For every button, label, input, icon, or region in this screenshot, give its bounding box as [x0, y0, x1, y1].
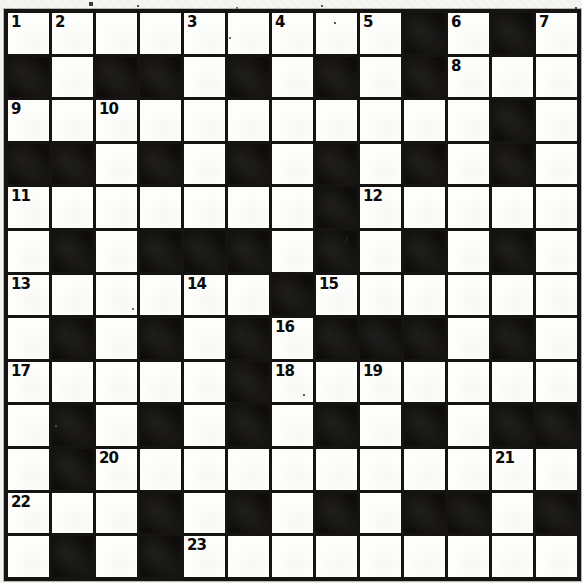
white-cell[interactable]: 12 [360, 187, 401, 228]
white-cell[interactable] [52, 493, 93, 534]
white-cell[interactable] [96, 536, 137, 577]
white-cell[interactable]: 23 [184, 536, 225, 577]
white-cell[interactable] [228, 13, 269, 54]
clue-number: 16 [275, 319, 294, 336]
clue-number: 19 [363, 363, 382, 380]
white-cell[interactable]: 7 [536, 13, 577, 54]
clue-number: 18 [275, 363, 294, 380]
black-cell [316, 318, 357, 359]
white-cell[interactable] [96, 493, 137, 534]
white-cell[interactable]: 16 [272, 318, 313, 359]
white-cell[interactable] [448, 449, 489, 490]
white-cell[interactable] [492, 275, 533, 316]
white-cell[interactable] [184, 100, 225, 141]
white-cell[interactable] [140, 275, 181, 316]
white-cell[interactable] [360, 449, 401, 490]
black-cell [8, 57, 49, 98]
clue-number: 6 [451, 14, 460, 31]
white-cell[interactable] [96, 405, 137, 446]
white-cell[interactable] [360, 536, 401, 577]
crossword-board: 1234567891011121314151617181920212223 [4, 9, 581, 581]
black-cell [140, 144, 181, 185]
black-cell [536, 405, 577, 446]
black-cell [404, 57, 445, 98]
clue-number: 23 [187, 537, 206, 554]
scan-noise-speck [0, 0, 2, 2]
black-cell [228, 231, 269, 272]
black-cell [404, 13, 445, 54]
white-cell[interactable]: 18 [272, 362, 313, 403]
black-cell [316, 187, 357, 228]
black-cell [492, 100, 533, 141]
white-cell[interactable] [228, 275, 269, 316]
white-cell[interactable] [360, 144, 401, 185]
black-cell [52, 231, 93, 272]
clue-number: 15 [319, 276, 338, 293]
black-cell [404, 405, 445, 446]
clue-number: 4 [275, 14, 284, 31]
white-cell[interactable] [272, 100, 313, 141]
clue-number: 2 [55, 14, 64, 31]
white-cell[interactable] [272, 144, 313, 185]
white-cell[interactable] [96, 275, 137, 316]
white-cell[interactable]: 20 [96, 449, 137, 490]
white-cell[interactable] [8, 449, 49, 490]
black-cell [140, 318, 181, 359]
clue-number: 22 [11, 494, 30, 511]
clue-number: 1 [11, 14, 20, 31]
white-cell[interactable] [360, 100, 401, 141]
white-cell[interactable] [536, 362, 577, 403]
white-cell[interactable] [536, 144, 577, 185]
clue-number: 14 [187, 276, 206, 293]
white-cell[interactable] [96, 187, 137, 228]
white-cell[interactable]: 13 [8, 275, 49, 316]
white-cell[interactable] [96, 362, 137, 403]
white-cell[interactable] [360, 231, 401, 272]
white-cell[interactable] [228, 536, 269, 577]
black-cell [492, 144, 533, 185]
black-cell [52, 318, 93, 359]
black-cell [404, 493, 445, 534]
white-cell[interactable] [492, 362, 533, 403]
white-cell[interactable] [140, 362, 181, 403]
clue-number: 21 [495, 450, 514, 467]
black-cell [448, 493, 489, 534]
scanned-crossword-page: { "game": "crossword", "grid": { "rows":… [0, 0, 582, 583]
white-cell[interactable]: 6 [448, 13, 489, 54]
white-cell[interactable] [272, 57, 313, 98]
white-cell[interactable] [96, 13, 137, 54]
clue-number: 11 [11, 188, 30, 205]
white-cell[interactable] [404, 275, 445, 316]
white-cell[interactable] [184, 449, 225, 490]
white-cell[interactable] [228, 187, 269, 228]
white-cell[interactable] [492, 57, 533, 98]
white-cell[interactable] [448, 362, 489, 403]
white-cell[interactable] [8, 536, 49, 577]
clue-number: 17 [11, 363, 30, 380]
clue-number: 7 [539, 14, 548, 31]
white-cell[interactable] [272, 449, 313, 490]
white-cell[interactable] [360, 493, 401, 534]
white-cell[interactable] [404, 449, 445, 490]
white-cell[interactable] [316, 13, 357, 54]
white-cell[interactable] [448, 536, 489, 577]
white-cell[interactable]: 2 [52, 13, 93, 54]
black-cell [140, 57, 181, 98]
white-cell[interactable] [404, 187, 445, 228]
white-cell[interactable] [536, 536, 577, 577]
clue-number: 12 [363, 188, 382, 205]
white-cell[interactable] [184, 318, 225, 359]
black-cell [228, 362, 269, 403]
black-cell [52, 449, 93, 490]
black-cell [316, 144, 357, 185]
black-cell [52, 405, 93, 446]
white-cell[interactable] [404, 100, 445, 141]
white-cell[interactable] [316, 362, 357, 403]
black-cell [228, 405, 269, 446]
white-cell[interactable] [184, 362, 225, 403]
white-cell[interactable] [96, 144, 137, 185]
clue-number: 8 [451, 58, 460, 75]
white-cell[interactable] [184, 187, 225, 228]
black-cell [272, 275, 313, 316]
black-cell [492, 13, 533, 54]
black-cell [492, 405, 533, 446]
white-cell[interactable] [8, 405, 49, 446]
white-cell[interactable] [96, 318, 137, 359]
white-cell[interactable] [228, 100, 269, 141]
white-cell[interactable] [536, 449, 577, 490]
clue-number: 13 [11, 276, 30, 293]
white-cell[interactable] [52, 187, 93, 228]
white-cell[interactable] [272, 187, 313, 228]
white-cell[interactable] [184, 405, 225, 446]
white-cell[interactable] [360, 57, 401, 98]
black-cell [52, 536, 93, 577]
black-cell [316, 405, 357, 446]
clue-number: 9 [11, 101, 20, 118]
white-cell[interactable]: 17 [8, 362, 49, 403]
black-cell [52, 144, 93, 185]
white-cell[interactable] [448, 144, 489, 185]
black-cell [404, 231, 445, 272]
white-cell[interactable] [140, 449, 181, 490]
black-cell [8, 144, 49, 185]
black-cell [96, 57, 137, 98]
black-cell [184, 231, 225, 272]
clue-number: 3 [187, 14, 196, 31]
white-cell[interactable] [52, 275, 93, 316]
white-cell[interactable]: 21 [492, 449, 533, 490]
white-cell[interactable] [448, 405, 489, 446]
white-cell[interactable] [140, 13, 181, 54]
clue-number: 5 [363, 14, 372, 31]
black-cell [316, 231, 357, 272]
white-cell[interactable] [316, 536, 357, 577]
white-cell[interactable] [272, 231, 313, 272]
white-cell[interactable]: 11 [8, 187, 49, 228]
white-cell[interactable]: 8 [448, 57, 489, 98]
white-cell[interactable] [184, 493, 225, 534]
white-cell[interactable] [448, 275, 489, 316]
white-cell[interactable] [140, 187, 181, 228]
black-cell [228, 57, 269, 98]
black-cell [360, 318, 401, 359]
white-cell[interactable] [316, 100, 357, 141]
clue-number: 10 [99, 101, 118, 118]
black-cell [140, 405, 181, 446]
white-cell[interactable] [536, 231, 577, 272]
white-cell[interactable]: 22 [8, 493, 49, 534]
white-cell[interactable]: 9 [8, 100, 49, 141]
white-cell[interactable] [448, 100, 489, 141]
white-cell[interactable] [272, 493, 313, 534]
white-cell[interactable] [536, 187, 577, 228]
black-cell [404, 144, 445, 185]
white-cell[interactable] [52, 362, 93, 403]
black-cell [228, 318, 269, 359]
white-cell[interactable] [360, 405, 401, 446]
white-cell[interactable] [272, 405, 313, 446]
white-cell[interactable] [492, 493, 533, 534]
white-cell[interactable] [536, 100, 577, 141]
white-cell[interactable]: 19 [360, 362, 401, 403]
white-cell[interactable] [536, 275, 577, 316]
white-cell[interactable] [184, 57, 225, 98]
white-cell[interactable] [536, 57, 577, 98]
white-cell[interactable] [316, 449, 357, 490]
white-cell[interactable] [404, 362, 445, 403]
white-cell[interactable] [492, 187, 533, 228]
white-cell[interactable] [140, 100, 181, 141]
white-cell[interactable] [8, 318, 49, 359]
white-cell[interactable] [360, 275, 401, 316]
white-cell[interactable]: 15 [316, 275, 357, 316]
white-cell[interactable]: 4 [272, 13, 313, 54]
black-cell [492, 318, 533, 359]
white-cell[interactable] [448, 318, 489, 359]
white-cell[interactable]: 1 [8, 13, 49, 54]
black-cell [228, 144, 269, 185]
black-cell [316, 57, 357, 98]
black-cell [316, 493, 357, 534]
white-cell[interactable] [404, 536, 445, 577]
white-cell[interactable] [184, 144, 225, 185]
white-cell[interactable] [52, 57, 93, 98]
white-cell[interactable]: 3 [184, 13, 225, 54]
clue-number: 20 [99, 450, 118, 467]
black-cell [404, 318, 445, 359]
white-cell[interactable]: 5 [360, 13, 401, 54]
white-cell[interactable] [52, 100, 93, 141]
white-cell[interactable] [492, 536, 533, 577]
white-cell[interactable] [96, 231, 137, 272]
white-cell[interactable] [448, 187, 489, 228]
black-cell [536, 493, 577, 534]
black-cell [140, 231, 181, 272]
puzzle-page: 1234567891011121314151617181920212223 [0, 0, 582, 583]
black-cell [140, 536, 181, 577]
white-cell[interactable] [448, 231, 489, 272]
white-cell[interactable] [228, 449, 269, 490]
white-cell[interactable]: 10 [96, 100, 137, 141]
white-cell[interactable] [536, 318, 577, 359]
white-cell[interactable]: 14 [184, 275, 225, 316]
black-cell [228, 493, 269, 534]
black-cell [140, 493, 181, 534]
white-cell[interactable] [272, 536, 313, 577]
white-cell[interactable] [8, 231, 49, 272]
black-cell [492, 231, 533, 272]
